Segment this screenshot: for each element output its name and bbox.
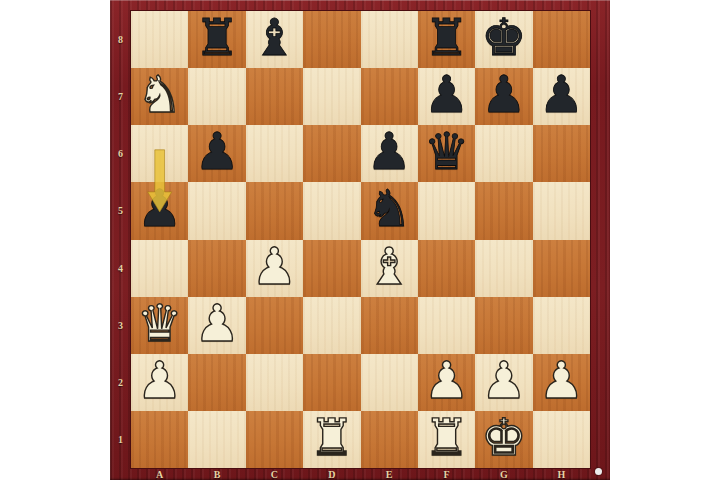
square-c6[interactable] xyxy=(246,125,303,182)
square-b2[interactable] xyxy=(188,354,245,411)
square-e4[interactable]: ♝ xyxy=(361,240,418,297)
square-g5[interactable] xyxy=(475,182,532,239)
square-d2[interactable] xyxy=(303,354,360,411)
square-e1[interactable] xyxy=(361,411,418,468)
piece-white-pawn-a2[interactable]: ♟ xyxy=(137,355,183,406)
square-f7[interactable]: ♟ xyxy=(418,68,475,125)
square-h3[interactable] xyxy=(533,297,590,354)
square-g1[interactable]: ♚ xyxy=(475,411,532,468)
square-d6[interactable] xyxy=(303,125,360,182)
square-d1[interactable]: ♜ xyxy=(303,411,360,468)
square-d7[interactable] xyxy=(303,68,360,125)
square-c8[interactable]: ♝ xyxy=(246,11,303,68)
piece-black-pawn-h7[interactable]: ♟ xyxy=(538,69,584,120)
square-f4[interactable] xyxy=(418,240,475,297)
piece-black-pawn-b6[interactable]: ♟ xyxy=(194,126,240,177)
square-e8[interactable] xyxy=(361,11,418,68)
rank-label-6: 6 xyxy=(110,125,131,182)
piece-black-queen-f6[interactable]: ♛ xyxy=(424,126,470,177)
piece-black-rook-b8[interactable]: ♜ xyxy=(194,12,240,63)
square-f2[interactable]: ♟ xyxy=(418,354,475,411)
file-label-a: A xyxy=(131,468,188,480)
square-b1[interactable] xyxy=(188,411,245,468)
square-b6[interactable]: ♟ xyxy=(188,125,245,182)
piece-black-knight-e5[interactable]: ♞ xyxy=(366,183,412,234)
square-c2[interactable] xyxy=(246,354,303,411)
piece-white-queen-a3[interactable]: ♛ xyxy=(137,298,183,349)
square-g2[interactable]: ♟ xyxy=(475,354,532,411)
square-h2[interactable]: ♟ xyxy=(533,354,590,411)
piece-white-pawn-f2[interactable]: ♟ xyxy=(424,355,470,406)
file-label-b: B xyxy=(188,468,245,480)
square-h8[interactable] xyxy=(533,11,590,68)
square-e3[interactable] xyxy=(361,297,418,354)
square-a2[interactable]: ♟ xyxy=(131,354,188,411)
square-h7[interactable]: ♟ xyxy=(533,68,590,125)
square-f5[interactable] xyxy=(418,182,475,239)
piece-white-pawn-h2[interactable]: ♟ xyxy=(538,355,584,406)
rank-label-8: 8 xyxy=(110,11,131,68)
file-label-g: G xyxy=(475,468,532,480)
piece-black-rook-f8[interactable]: ♜ xyxy=(424,12,470,63)
rank-label-7: 7 xyxy=(110,68,131,125)
square-e5[interactable]: ♞ xyxy=(361,182,418,239)
square-a1[interactable] xyxy=(131,411,188,468)
piece-white-pawn-c4[interactable]: ♟ xyxy=(252,241,298,292)
square-h5[interactable] xyxy=(533,182,590,239)
square-b8[interactable]: ♜ xyxy=(188,11,245,68)
square-d4[interactable] xyxy=(303,240,360,297)
square-h1[interactable] xyxy=(533,411,590,468)
square-d3[interactable] xyxy=(303,297,360,354)
rank-label-3: 3 xyxy=(110,297,131,354)
square-b5[interactable] xyxy=(188,182,245,239)
chess-board[interactable]: ♜♝♜♚♞♟♟♟♟♟♛♟♞♟♝♛♟♟♟♟♟♜♜♚ xyxy=(131,11,590,468)
square-c3[interactable] xyxy=(246,297,303,354)
file-label-d: D xyxy=(303,468,360,480)
side-to-move-indicator-dot xyxy=(595,468,602,475)
piece-white-king-g1[interactable]: ♚ xyxy=(481,412,527,463)
square-f6[interactable]: ♛ xyxy=(418,125,475,182)
rank-label-5: 5 xyxy=(110,182,131,239)
file-label-h: H xyxy=(533,468,590,480)
piece-white-pawn-b3[interactable]: ♟ xyxy=(194,298,240,349)
piece-white-knight-a7[interactable]: ♞ xyxy=(137,69,183,120)
rank-label-1: 1 xyxy=(110,411,131,468)
file-label-c: C xyxy=(246,468,303,480)
piece-black-pawn-e6[interactable]: ♟ xyxy=(366,126,412,177)
square-d8[interactable] xyxy=(303,11,360,68)
piece-white-rook-f1[interactable]: ♜ xyxy=(424,412,470,463)
square-a4[interactable] xyxy=(131,240,188,297)
square-a7[interactable]: ♞ xyxy=(131,68,188,125)
square-e2[interactable] xyxy=(361,354,418,411)
square-a3[interactable]: ♛ xyxy=(131,297,188,354)
piece-black-pawn-g7[interactable]: ♟ xyxy=(481,69,527,120)
piece-black-pawn-a5[interactable]: ♟ xyxy=(137,183,183,234)
rank-label-4: 4 xyxy=(110,240,131,297)
rank-label-2: 2 xyxy=(110,354,131,411)
square-g3[interactable] xyxy=(475,297,532,354)
square-f3[interactable] xyxy=(418,297,475,354)
file-label-f: F xyxy=(418,468,475,480)
square-f8[interactable]: ♜ xyxy=(418,11,475,68)
square-c5[interactable] xyxy=(246,182,303,239)
file-label-e: E xyxy=(361,468,418,480)
square-b3[interactable]: ♟ xyxy=(188,297,245,354)
square-c1[interactable] xyxy=(246,411,303,468)
square-h4[interactable] xyxy=(533,240,590,297)
piece-black-bishop-c8[interactable]: ♝ xyxy=(252,12,298,63)
square-g8[interactable]: ♚ xyxy=(475,11,532,68)
square-b7[interactable] xyxy=(188,68,245,125)
square-f1[interactable]: ♜ xyxy=(418,411,475,468)
piece-black-pawn-f7[interactable]: ♟ xyxy=(424,69,470,120)
chess-board-frame: ♜♝♜♚♞♟♟♟♟♟♛♟♞♟♝♛♟♟♟♟♟♜♜♚ 87654321 ABCDEF… xyxy=(110,0,610,480)
square-b4[interactable] xyxy=(188,240,245,297)
square-a6[interactable] xyxy=(131,125,188,182)
square-e6[interactable]: ♟ xyxy=(361,125,418,182)
square-g6[interactable] xyxy=(475,125,532,182)
square-c7[interactable] xyxy=(246,68,303,125)
square-h6[interactable] xyxy=(533,125,590,182)
square-g4[interactable] xyxy=(475,240,532,297)
square-a5[interactable]: ♟ xyxy=(131,182,188,239)
piece-white-pawn-g2[interactable]: ♟ xyxy=(481,355,527,406)
square-e7[interactable] xyxy=(361,68,418,125)
piece-white-rook-d1[interactable]: ♜ xyxy=(309,412,355,463)
square-g7[interactable]: ♟ xyxy=(475,68,532,125)
piece-white-bishop-e4[interactable]: ♝ xyxy=(366,241,412,292)
square-c4[interactable]: ♟ xyxy=(246,240,303,297)
square-a8[interactable] xyxy=(131,11,188,68)
piece-black-king-g8[interactable]: ♚ xyxy=(481,12,527,63)
square-d5[interactable] xyxy=(303,182,360,239)
